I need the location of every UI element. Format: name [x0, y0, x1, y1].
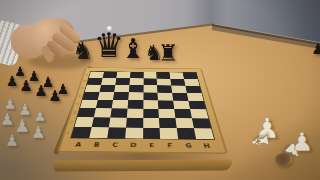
board-square [159, 109, 176, 118]
board-square [173, 101, 190, 110]
queen-white-ball-finial [107, 26, 112, 31]
board-square [125, 128, 143, 139]
board-square [187, 93, 204, 101]
file-labels: ABCDEFGH [68, 141, 217, 150]
white-bishop-piece: ♝ [248, 129, 273, 152]
board-square [92, 117, 111, 127]
black-bishop-piece: ♝ [121, 35, 145, 62]
board-square [127, 109, 143, 118]
board-square [177, 128, 196, 139]
board-square [176, 118, 194, 128]
board-square [127, 100, 143, 109]
board-square [190, 109, 208, 118]
board-square [158, 100, 174, 109]
board-square [143, 92, 158, 100]
board-square [113, 92, 129, 100]
file-label: B [87, 142, 107, 150]
board-square [109, 117, 127, 127]
file-label: E [143, 142, 162, 150]
white-piece-base-disc [275, 153, 292, 166]
board-square [128, 92, 143, 100]
board-square [143, 109, 159, 118]
board-square [143, 128, 161, 139]
board-grid [71, 72, 214, 140]
board-square [160, 128, 179, 139]
board-square [98, 92, 114, 100]
grey-pawn-piece: ♟ [0, 111, 15, 128]
board-square [158, 93, 174, 101]
file-label: D [124, 142, 143, 150]
board-square [94, 108, 112, 117]
black-pawn-piece: ♟ [42, 75, 55, 89]
black-pawn-piece: ♟ [28, 69, 41, 83]
black-queen-piece: ♛ [94, 28, 124, 62]
board-square [159, 118, 177, 128]
black-pawn-piece: ♟ [311, 42, 320, 57]
grey-pawn-piece: ♟ [5, 133, 19, 149]
board-square [174, 109, 192, 118]
file-label: A [68, 141, 88, 149]
board-square [143, 118, 160, 128]
board-square [172, 93, 188, 101]
file-label: C [105, 142, 124, 150]
photo-frame: ABCDEFGH 87654321 ♟♟♟♟♟♟♟♟♞♛♝♞♜♟♟♟♟♟♟♟♟♟… [0, 0, 320, 180]
board-square [192, 118, 211, 128]
board-square [194, 128, 214, 139]
board-square [188, 101, 205, 110]
board-square [110, 108, 127, 117]
board-square [96, 100, 113, 109]
board-square [143, 100, 159, 109]
board-square [107, 127, 126, 138]
file-label: G [179, 143, 199, 151]
black-pawn-piece: ♟ [57, 82, 70, 96]
file-label: F [161, 142, 180, 150]
file-label: H [197, 143, 217, 151]
board-square [126, 118, 143, 128]
board-front-face [54, 160, 232, 172]
black-rook-piece: ♜ [158, 42, 179, 65]
board-top-face: ABCDEFGH 87654321 [57, 67, 228, 153]
black-pawn-piece: ♟ [14, 65, 26, 78]
chess-board: ABCDEFGH 87654321 [57, 0, 230, 154]
board-square [112, 100, 128, 109]
grey-pawn-piece: ♟ [30, 124, 45, 141]
board-square [89, 127, 108, 138]
